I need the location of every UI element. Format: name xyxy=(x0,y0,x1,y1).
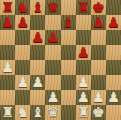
piece-red-bishop-c8[interactable]: ♝ xyxy=(30,0,45,15)
square-d7[interactable] xyxy=(45,15,60,30)
square-g7[interactable]: ♟ xyxy=(91,15,106,30)
square-e5[interactable] xyxy=(61,45,76,60)
piece-white-pawn-h2[interactable]: ♟ xyxy=(106,90,121,105)
square-d6[interactable]: ♟ xyxy=(45,30,60,45)
square-d8[interactable]: ♛ xyxy=(45,0,60,15)
piece-red-rook-f8[interactable]: ♜ xyxy=(76,0,91,15)
square-d1[interactable]: ♛ xyxy=(45,105,60,120)
piece-white-bishop-c1[interactable]: ♝ xyxy=(30,105,45,120)
piece-white-rook-a1[interactable]: ♜ xyxy=(0,105,15,120)
piece-red-queen-d8[interactable]: ♛ xyxy=(45,0,60,15)
square-g5[interactable] xyxy=(91,45,106,60)
square-f8[interactable]: ♜ xyxy=(76,0,91,15)
square-a2[interactable] xyxy=(0,90,15,105)
square-b1[interactable]: ♞ xyxy=(15,105,30,120)
square-e8[interactable] xyxy=(61,0,76,15)
square-f1[interactable]: ♜ xyxy=(76,105,91,120)
square-d4[interactable] xyxy=(45,60,60,75)
square-b4[interactable] xyxy=(15,60,30,75)
square-a1[interactable]: ♜ xyxy=(0,105,15,120)
piece-white-pawn-f3[interactable]: ♟ xyxy=(76,75,91,90)
square-c7[interactable] xyxy=(30,15,45,30)
square-h7[interactable]: ♟ xyxy=(106,15,121,30)
square-a8[interactable]: ♜ xyxy=(0,0,15,15)
piece-red-pawn-d6[interactable]: ♟ xyxy=(45,30,60,45)
square-d5[interactable] xyxy=(45,45,60,60)
square-e3[interactable] xyxy=(61,75,76,90)
square-h3[interactable] xyxy=(106,75,121,90)
square-c4[interactable] xyxy=(30,60,45,75)
piece-white-queen-d1[interactable]: ♛ xyxy=(45,105,60,120)
square-a3[interactable] xyxy=(0,75,15,90)
square-g6[interactable] xyxy=(91,30,106,45)
square-h2[interactable]: ♟ xyxy=(106,90,121,105)
square-h8[interactable] xyxy=(106,0,121,15)
piece-white-pawn-b3[interactable]: ♟ xyxy=(15,75,30,90)
square-a5[interactable] xyxy=(0,45,15,60)
square-f5[interactable]: ♟ xyxy=(76,45,91,60)
square-c8[interactable]: ♝ xyxy=(30,0,45,15)
chess-board: ♜♞♝♛♜♚♟♟♝♟♟♟♟♟♟♟♟♟♟♟♟♟♜♞♝♛♜♚ xyxy=(0,0,121,120)
square-g8[interactable]: ♚ xyxy=(91,0,106,15)
piece-white-pawn-g2[interactable]: ♟ xyxy=(91,90,106,105)
square-b8[interactable]: ♞ xyxy=(15,0,30,15)
square-a6[interactable] xyxy=(0,30,15,45)
square-c3[interactable]: ♟ xyxy=(30,75,45,90)
piece-white-pawn-c3[interactable]: ♟ xyxy=(30,75,45,90)
square-e6[interactable] xyxy=(61,30,76,45)
piece-white-pawn-d2[interactable]: ♟ xyxy=(45,90,60,105)
square-d3[interactable] xyxy=(45,75,60,90)
square-c5[interactable] xyxy=(30,45,45,60)
square-b5[interactable] xyxy=(15,45,30,60)
piece-white-king-g1[interactable]: ♚ xyxy=(91,105,106,120)
square-c1[interactable]: ♝ xyxy=(30,105,45,120)
square-b3[interactable]: ♟ xyxy=(15,75,30,90)
square-g1[interactable]: ♚ xyxy=(91,105,106,120)
piece-red-bishop-e7[interactable]: ♝ xyxy=(61,15,76,30)
square-g3[interactable] xyxy=(91,75,106,90)
square-e1[interactable] xyxy=(61,105,76,120)
piece-red-pawn-a7[interactable]: ♟ xyxy=(0,15,15,30)
square-f6[interactable] xyxy=(76,30,91,45)
piece-white-pawn-a4[interactable]: ♟ xyxy=(0,60,15,75)
square-c6[interactable]: ♟ xyxy=(30,30,45,45)
square-b6[interactable] xyxy=(15,30,30,45)
piece-white-pawn-f2[interactable]: ♟ xyxy=(76,90,91,105)
square-f7[interactable] xyxy=(76,15,91,30)
square-e2[interactable] xyxy=(61,90,76,105)
piece-red-pawn-f5[interactable]: ♟ xyxy=(76,45,91,60)
square-a7[interactable]: ♟ xyxy=(0,15,15,30)
square-e4[interactable] xyxy=(61,60,76,75)
piece-red-pawn-b7[interactable]: ♟ xyxy=(15,15,30,30)
square-f2[interactable]: ♟ xyxy=(76,90,91,105)
piece-red-king-g8[interactable]: ♚ xyxy=(91,0,106,15)
square-h4[interactable] xyxy=(106,60,121,75)
square-h5[interactable] xyxy=(106,45,121,60)
square-f3[interactable]: ♟ xyxy=(76,75,91,90)
square-h1[interactable] xyxy=(106,105,121,120)
square-e7[interactable]: ♝ xyxy=(61,15,76,30)
piece-red-rook-a8[interactable]: ♜ xyxy=(0,0,15,15)
square-g2[interactable]: ♟ xyxy=(91,90,106,105)
square-a4[interactable]: ♟ xyxy=(0,60,15,75)
square-g4[interactable] xyxy=(91,60,106,75)
piece-red-pawn-h7[interactable]: ♟ xyxy=(106,15,121,30)
square-b7[interactable]: ♟ xyxy=(15,15,30,30)
piece-red-pawn-c6[interactable]: ♟ xyxy=(30,30,45,45)
piece-white-knight-b1[interactable]: ♞ xyxy=(15,105,30,120)
square-b2[interactable] xyxy=(15,90,30,105)
square-c2[interactable] xyxy=(30,90,45,105)
square-f4[interactable] xyxy=(76,60,91,75)
piece-red-pawn-g7[interactable]: ♟ xyxy=(91,15,106,30)
piece-red-knight-b8[interactable]: ♞ xyxy=(15,0,30,15)
piece-white-rook-f1[interactable]: ♜ xyxy=(76,105,91,120)
square-d2[interactable]: ♟ xyxy=(45,90,60,105)
square-h6[interactable] xyxy=(106,30,121,45)
